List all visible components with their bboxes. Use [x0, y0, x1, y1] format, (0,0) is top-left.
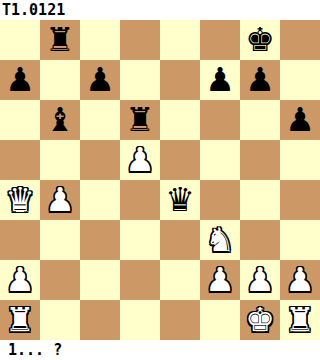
square-f3[interactable]: ♞ [200, 220, 240, 260]
square-f6[interactable] [200, 100, 240, 140]
white-pawn[interactable]: ♟ [125, 140, 155, 180]
black-rook[interactable]: ♜ [125, 100, 155, 140]
square-f2[interactable]: ♟ [200, 260, 240, 300]
square-e6[interactable] [160, 100, 200, 140]
move-prompt: 1... ? [8, 341, 62, 359]
black-pawn[interactable]: ♟ [245, 60, 275, 100]
square-e7[interactable] [160, 60, 200, 100]
square-b8[interactable]: ♜ [40, 20, 80, 60]
black-pawn[interactable]: ♟ [205, 60, 235, 100]
white-king[interactable]: ♚ [245, 300, 275, 340]
square-g7[interactable]: ♟ [240, 60, 280, 100]
black-rook[interactable]: ♜ [45, 20, 75, 60]
square-f8[interactable] [200, 20, 240, 60]
square-b5[interactable] [40, 140, 80, 180]
square-h7[interactable] [280, 60, 320, 100]
square-c2[interactable] [80, 260, 120, 300]
square-c4[interactable] [80, 180, 120, 220]
square-b7[interactable] [40, 60, 80, 100]
square-g6[interactable] [240, 100, 280, 140]
square-d2[interactable] [120, 260, 160, 300]
square-f7[interactable]: ♟ [200, 60, 240, 100]
square-d8[interactable] [120, 20, 160, 60]
square-a3[interactable] [0, 220, 40, 260]
square-c1[interactable] [80, 300, 120, 340]
square-a1[interactable]: ♜ [0, 300, 40, 340]
square-c7[interactable]: ♟ [80, 60, 120, 100]
square-e3[interactable] [160, 220, 200, 260]
square-a2[interactable]: ♟ [0, 260, 40, 300]
puzzle-id: T1.0121 [2, 1, 65, 19]
white-rook[interactable]: ♜ [5, 300, 35, 340]
square-a7[interactable]: ♟ [0, 60, 40, 100]
square-b1[interactable] [40, 300, 80, 340]
square-e1[interactable] [160, 300, 200, 340]
white-knight[interactable]: ♞ [205, 220, 235, 260]
square-d6[interactable]: ♜ [120, 100, 160, 140]
square-c6[interactable] [80, 100, 120, 140]
square-d3[interactable] [120, 220, 160, 260]
square-a8[interactable] [0, 20, 40, 60]
square-h6[interactable]: ♟ [280, 100, 320, 140]
white-pawn[interactable]: ♟ [245, 260, 275, 300]
black-pawn[interactable]: ♟ [85, 60, 115, 100]
square-h2[interactable]: ♟ [280, 260, 320, 300]
square-g2[interactable]: ♟ [240, 260, 280, 300]
square-b6[interactable]: ♝ [40, 100, 80, 140]
square-h8[interactable] [280, 20, 320, 60]
square-h3[interactable] [280, 220, 320, 260]
square-b3[interactable] [40, 220, 80, 260]
black-king[interactable]: ♚ [245, 20, 275, 60]
square-g4[interactable] [240, 180, 280, 220]
black-pawn[interactable]: ♟ [5, 60, 35, 100]
square-e2[interactable] [160, 260, 200, 300]
square-f1[interactable] [200, 300, 240, 340]
square-f5[interactable] [200, 140, 240, 180]
white-pawn[interactable]: ♟ [285, 260, 315, 300]
white-queen[interactable]: ♛ [5, 180, 35, 220]
black-bishop[interactable]: ♝ [45, 100, 75, 140]
square-g3[interactable] [240, 220, 280, 260]
white-pawn[interactable]: ♟ [45, 180, 75, 220]
square-b4[interactable]: ♟ [40, 180, 80, 220]
black-queen[interactable]: ♛ [165, 180, 195, 220]
black-pawn[interactable]: ♟ [285, 100, 315, 140]
square-h4[interactable] [280, 180, 320, 220]
square-d5[interactable]: ♟ [120, 140, 160, 180]
square-c5[interactable] [80, 140, 120, 180]
square-c8[interactable] [80, 20, 120, 60]
square-g8[interactable]: ♚ [240, 20, 280, 60]
square-g5[interactable] [240, 140, 280, 180]
square-f4[interactable] [200, 180, 240, 220]
square-h1[interactable]: ♜ [280, 300, 320, 340]
square-b2[interactable] [40, 260, 80, 300]
square-e8[interactable] [160, 20, 200, 60]
square-a6[interactable] [0, 100, 40, 140]
square-a4[interactable]: ♛ [0, 180, 40, 220]
square-h5[interactable] [280, 140, 320, 180]
square-d7[interactable] [120, 60, 160, 100]
title-bar: T1.0121 [0, 0, 320, 20]
status-bar: 1... ? [0, 340, 320, 360]
white-pawn[interactable]: ♟ [205, 260, 235, 300]
square-e4[interactable]: ♛ [160, 180, 200, 220]
white-pawn[interactable]: ♟ [5, 260, 35, 300]
square-d4[interactable] [120, 180, 160, 220]
square-g1[interactable]: ♚ [240, 300, 280, 340]
chess-board: ♜♚♟♟♟♟♝♜♟♟♛♟♛♞♟♟♟♟♜♚♜ [0, 20, 320, 340]
square-e5[interactable] [160, 140, 200, 180]
square-a5[interactable] [0, 140, 40, 180]
square-c3[interactable] [80, 220, 120, 260]
white-rook[interactable]: ♜ [285, 300, 315, 340]
square-d1[interactable] [120, 300, 160, 340]
